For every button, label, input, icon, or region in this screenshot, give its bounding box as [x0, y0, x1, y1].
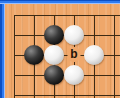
go-diagram-screenshot: b [0, 0, 120, 98]
intersection[interactable] [44, 25, 64, 45]
intersection[interactable] [64, 25, 84, 45]
intersection[interactable] [104, 85, 120, 98]
black-stone [44, 25, 64, 45]
intersection[interactable] [4, 25, 24, 45]
white-stone [84, 45, 104, 65]
intersection[interactable]: b [64, 45, 84, 65]
intersection[interactable] [44, 45, 64, 65]
intersection[interactable] [64, 65, 84, 85]
intersection[interactable] [44, 65, 64, 85]
page-frame-top [0, 0, 120, 4]
intersection[interactable] [24, 25, 44, 45]
intersection[interactable] [24, 5, 44, 25]
white-stone [64, 25, 84, 45]
intersection[interactable] [84, 45, 104, 65]
intersection[interactable] [84, 85, 104, 98]
intersection[interactable] [24, 65, 44, 85]
intersection[interactable] [104, 5, 120, 25]
black-stone [24, 45, 44, 65]
intersection[interactable] [4, 65, 24, 85]
intersection[interactable] [64, 85, 84, 98]
white-stone [44, 45, 64, 65]
intersection[interactable] [84, 65, 104, 85]
intersection[interactable] [4, 5, 24, 25]
intersection[interactable] [4, 85, 24, 98]
intersection[interactable] [104, 45, 120, 65]
go-board[interactable]: b [4, 5, 120, 98]
intersection[interactable] [4, 45, 24, 65]
intersection[interactable] [24, 85, 44, 98]
page-frame-left [0, 0, 5, 98]
white-stone [64, 65, 84, 85]
intersection[interactable] [104, 65, 120, 85]
black-stone [44, 65, 64, 85]
intersection[interactable] [24, 45, 44, 65]
intersection[interactable] [84, 5, 104, 25]
intersection[interactable] [44, 85, 64, 98]
intersection[interactable] [104, 25, 120, 45]
point-label-b: b [68, 47, 81, 62]
intersection[interactable] [84, 25, 104, 45]
intersection[interactable] [64, 5, 84, 25]
intersection[interactable] [44, 5, 64, 25]
